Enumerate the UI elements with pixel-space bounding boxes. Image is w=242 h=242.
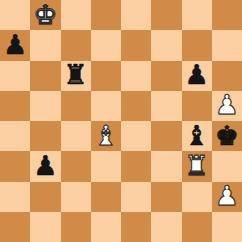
square-h5[interactable]: ♟ — [212, 91, 242, 121]
square-f5[interactable] — [151, 91, 181, 121]
square-f3[interactable] — [151, 151, 181, 181]
square-e5[interactable] — [121, 91, 151, 121]
square-g6[interactable]: ♟ — [182, 61, 212, 91]
square-b5[interactable] — [30, 91, 60, 121]
square-h4[interactable]: ♚ — [212, 121, 242, 151]
square-d8[interactable] — [91, 0, 121, 30]
square-c6[interactable]: ♜ — [61, 61, 91, 91]
square-d2[interactable] — [91, 182, 121, 212]
square-g2[interactable] — [182, 182, 212, 212]
square-a8[interactable] — [0, 0, 30, 30]
square-e4[interactable] — [121, 121, 151, 151]
piece-black-rook: ♜ — [64, 61, 88, 88]
square-h6[interactable] — [212, 61, 242, 91]
square-g3[interactable]: ♜ — [182, 151, 212, 181]
square-a7[interactable]: ♟ — [0, 30, 30, 60]
square-c5[interactable] — [61, 91, 91, 121]
piece-white-pawn: ♟ — [215, 182, 239, 209]
square-g1[interactable] — [182, 212, 212, 242]
square-e7[interactable] — [121, 30, 151, 60]
square-f2[interactable] — [151, 182, 181, 212]
square-b3[interactable]: ♟ — [30, 151, 60, 181]
square-g7[interactable] — [182, 30, 212, 60]
square-c8[interactable] — [61, 0, 91, 30]
square-d4[interactable]: ♝ — [91, 121, 121, 151]
square-h7[interactable] — [212, 30, 242, 60]
square-b1[interactable] — [30, 212, 60, 242]
square-d1[interactable] — [91, 212, 121, 242]
square-a4[interactable] — [0, 121, 30, 151]
square-h8[interactable] — [212, 0, 242, 30]
square-e3[interactable] — [121, 151, 151, 181]
piece-black-pawn: ♟ — [185, 61, 209, 88]
square-e1[interactable] — [121, 212, 151, 242]
square-h3[interactable] — [212, 151, 242, 181]
piece-white-king: ♚ — [33, 1, 57, 28]
piece-white-rook: ♜ — [185, 152, 209, 179]
square-b6[interactable] — [30, 61, 60, 91]
square-c2[interactable] — [61, 182, 91, 212]
piece-black-bishop: ♝ — [185, 122, 209, 149]
square-c4[interactable] — [61, 121, 91, 151]
square-f4[interactable] — [151, 121, 181, 151]
square-c7[interactable] — [61, 30, 91, 60]
square-f6[interactable] — [151, 61, 181, 91]
square-c3[interactable] — [61, 151, 91, 181]
chess-board: ♚♟♜♟♟♝♝♚♟♜♟ — [0, 0, 242, 242]
square-g8[interactable] — [182, 0, 212, 30]
square-e2[interactable] — [121, 182, 151, 212]
square-d6[interactable] — [91, 61, 121, 91]
square-e8[interactable] — [121, 0, 151, 30]
piece-black-king: ♚ — [215, 122, 239, 149]
square-a2[interactable] — [0, 182, 30, 212]
square-e6[interactable] — [121, 61, 151, 91]
square-g5[interactable] — [182, 91, 212, 121]
square-c1[interactable] — [61, 212, 91, 242]
square-d7[interactable] — [91, 30, 121, 60]
square-d3[interactable] — [91, 151, 121, 181]
square-f8[interactable] — [151, 0, 181, 30]
square-b4[interactable] — [30, 121, 60, 151]
piece-black-pawn: ♟ — [3, 31, 27, 58]
square-h2[interactable]: ♟ — [212, 182, 242, 212]
square-a6[interactable] — [0, 61, 30, 91]
square-b2[interactable] — [30, 182, 60, 212]
square-d5[interactable] — [91, 91, 121, 121]
square-a5[interactable] — [0, 91, 30, 121]
square-a3[interactable] — [0, 151, 30, 181]
square-f7[interactable] — [151, 30, 181, 60]
piece-white-pawn: ♟ — [215, 91, 239, 118]
square-b8[interactable]: ♚ — [30, 0, 60, 30]
square-f1[interactable] — [151, 212, 181, 242]
square-b7[interactable] — [30, 30, 60, 60]
square-a1[interactable] — [0, 212, 30, 242]
piece-white-bishop: ♝ — [94, 122, 118, 149]
square-g4[interactable]: ♝ — [182, 121, 212, 151]
piece-black-pawn: ♟ — [33, 152, 57, 179]
square-h1[interactable] — [212, 212, 242, 242]
